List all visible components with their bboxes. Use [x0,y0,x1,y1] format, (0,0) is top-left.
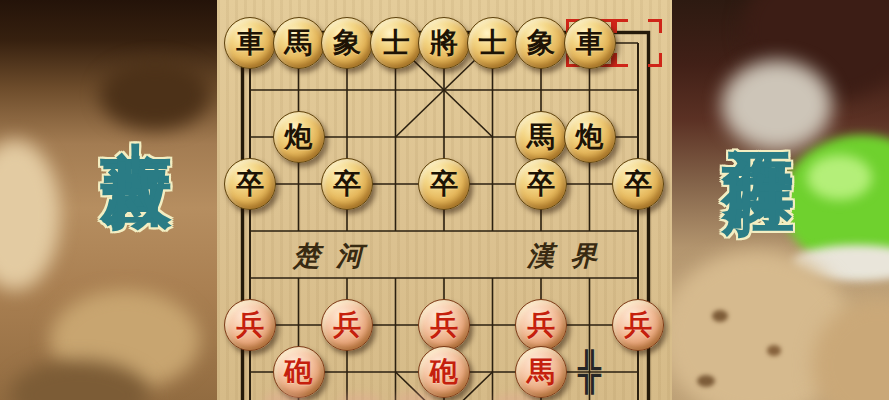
background-toast-speck [697,375,715,387]
board-intersection: 士 [468,20,517,67]
piece-red-soldier[interactable]: 兵 [224,299,276,351]
piece-black-soldier[interactable]: 卒 [224,158,276,210]
piece-black-chariot[interactable]: 車 [224,17,276,69]
piece-black-cannon[interactable]: 炮 [564,111,616,163]
board-intersection: 砲 [420,349,469,396]
piece-red-horse[interactable]: 馬 [515,346,567,398]
piece-red-soldier[interactable]: 兵 [515,299,567,351]
piece-red-cannon[interactable]: 砲 [418,346,470,398]
piece-black-elephant[interactable]: 象 [515,17,567,69]
board-intersection: 將 [420,20,469,67]
piece-red-cannon[interactable]: 砲 [273,346,325,398]
piece-black-advisor[interactable]: 士 [370,17,422,69]
board-intersection: 卒 [420,161,469,208]
background-bread-blob [0,140,60,290]
board-intersection: 馬 [517,349,566,396]
background-photo-left [0,0,217,400]
piece-black-soldier[interactable]: 卒 [321,158,373,210]
marker-cell: ╬ [565,349,614,396]
piece-black-elephant[interactable]: 象 [321,17,373,69]
piece-black-general[interactable]: 將 [418,17,470,69]
background-toast-speck [712,310,728,322]
piece-red-soldier[interactable]: 兵 [612,299,664,351]
screenshot-stage: 楚河 漢界 ╬車馬象士將士象車炮馬炮卒卒卒卒卒兵兵兵兵兵砲砲馬 古普大叔 旗开得… [0,0,889,400]
board-intersection: 炮 [274,114,323,161]
board-intersection: 士 [371,20,420,67]
background-toast-speck [767,345,781,356]
board-intersection: 卒 [614,161,663,208]
board-intersection: 馬 [274,20,323,67]
board-intersection: 卒 [517,161,566,208]
board-intersection: 象 [323,20,372,67]
piece-black-horse[interactable]: 馬 [273,17,325,69]
caption-left-vertical: 古普大叔 [96,84,176,108]
piece-black-soldier[interactable]: 卒 [515,158,567,210]
piece-black-chariot[interactable]: 車 [564,17,616,69]
board-intersection: 卒 [226,161,275,208]
board-intersection: 兵 [226,302,275,349]
caption-right-vertical: 旗开得胜 [718,90,798,114]
board-intersection: 兵 [517,302,566,349]
piece-grid: ╬車馬象士將士象車炮馬炮卒卒卒卒卒兵兵兵兵兵砲砲馬 [226,20,663,400]
board-intersection: 象 [517,20,566,67]
piece-black-cannon[interactable]: 炮 [273,111,325,163]
move-origin-crosshair: ╬ [578,353,601,391]
piece-red-soldier[interactable]: 兵 [418,299,470,351]
board-intersection: 兵 [614,302,663,349]
board-intersection: 砲 [274,349,323,396]
board-intersection: 馬 [517,114,566,161]
piece-black-horse[interactable]: 馬 [515,111,567,163]
piece-red-soldier[interactable]: 兵 [321,299,373,351]
background-photo-right [672,0,889,400]
piece-black-soldier[interactable]: 卒 [612,158,664,210]
piece-black-soldier[interactable]: 卒 [418,158,470,210]
background-green-highlight [807,155,872,200]
board-intersection: 車 [226,20,275,67]
last-move-bracket [614,19,662,67]
board-intersection: 車 [565,20,614,67]
board-intersection: 兵 [323,302,372,349]
board-intersection: 兵 [420,302,469,349]
marker-cell [614,20,663,67]
board-intersection: 卒 [323,161,372,208]
xiangqi-board[interactable]: 楚河 漢界 ╬車馬象士將士象車炮馬炮卒卒卒卒卒兵兵兵兵兵砲砲馬 [217,0,672,400]
piece-black-advisor[interactable]: 士 [467,17,519,69]
board-intersection: 炮 [565,114,614,161]
